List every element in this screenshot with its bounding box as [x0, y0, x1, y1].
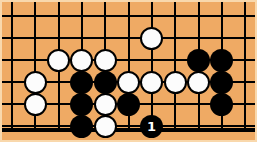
grid-line-horizontal: [2, 37, 255, 39]
white-stone: [24, 71, 47, 94]
white-stone: [187, 71, 210, 94]
white-stone: [24, 93, 47, 116]
white-stone: [94, 49, 117, 72]
white-stone: [164, 71, 187, 94]
black-stone: [117, 93, 140, 116]
black-stone: [70, 93, 93, 116]
white-stone: [94, 115, 117, 138]
grid-line-vertical: [174, 2, 176, 132]
grid-line-horizontal: [2, 125, 255, 127]
black-stone: [70, 71, 93, 94]
grid-line-vertical: [151, 2, 153, 132]
black-stone: [94, 71, 117, 94]
black-stone: [187, 49, 210, 72]
black-stone: [210, 93, 233, 116]
black-stone: [210, 71, 233, 94]
labeled-black-stone: 1: [140, 115, 163, 138]
board-edge-line: [2, 128, 255, 132]
white-stone: [140, 27, 163, 50]
grid-line-vertical: [244, 2, 246, 132]
white-stone: [140, 71, 163, 94]
white-stone: [70, 49, 93, 72]
white-stone: [94, 93, 117, 116]
go-board-diagram: 1: [0, 0, 257, 142]
grid-line-vertical: [11, 2, 13, 132]
white-stone: [47, 49, 70, 72]
black-stone: [210, 49, 233, 72]
black-stone: [70, 115, 93, 138]
move-number-label: 1: [147, 120, 156, 133]
grid-line-horizontal: [2, 15, 255, 17]
white-stone: [117, 71, 140, 94]
